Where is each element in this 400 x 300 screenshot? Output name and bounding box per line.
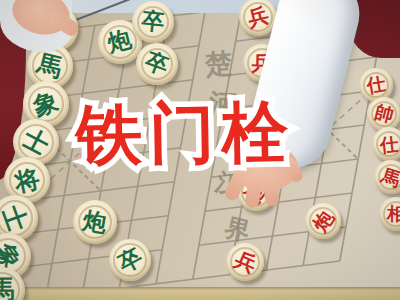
piece-character: 炮	[70, 197, 121, 248]
overlay-title-text: 铁门栓	[75, 92, 295, 174]
xiangqi-photo: 楚河汉界 車馬象士将士象馬炮炮卒卒卒兵炮兵仕帥仕馬相炮兵炮 铁门栓 铁门栓	[0, 0, 400, 300]
piece-red-advisor-b[interactable]: 仕	[372, 127, 400, 161]
piece-character: 相	[379, 197, 400, 231]
piece-red-cannon-b[interactable]: 炮	[305, 203, 341, 239]
piece-green-soldier-3[interactable]: 卒	[109, 239, 152, 282]
piece-green-horse-2[interactable]: 馬	[0, 267, 25, 300]
piece-green-cannon-2[interactable]: 炮	[73, 200, 117, 244]
piece-character: 兵	[219, 236, 270, 287]
piece-green-soldier-2[interactable]: 卒	[136, 43, 178, 85]
piece-red-pawn-3[interactable]: 兵	[226, 243, 265, 282]
piece-red-elephant-a[interactable]: 相	[379, 197, 400, 231]
piece-character: 馬	[0, 267, 25, 300]
piece-red-horse-a[interactable]: 馬	[374, 160, 400, 194]
overlay-title: 铁门栓 铁门栓	[75, 98, 295, 168]
piece-green-soldier-1[interactable]: 卒	[132, 1, 174, 43]
piece-character: 炮	[298, 196, 349, 247]
piece-character: 卒	[130, 0, 176, 45]
